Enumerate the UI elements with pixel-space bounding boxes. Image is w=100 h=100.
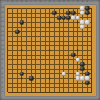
row-label: 17 — [1, 16, 4, 18]
grid-line-horizontal — [8, 83, 92, 84]
row-label: 1 — [2, 91, 3, 93]
column-label: O — [68, 1, 70, 3]
row-label: 7 — [2, 63, 3, 65]
row-label: 9 — [2, 54, 3, 56]
column-label: R — [82, 1, 84, 3]
black-stone[interactable] — [85, 11, 90, 16]
column-label: M — [58, 1, 60, 3]
star-point — [77, 21, 79, 23]
column-label: K — [49, 1, 50, 3]
white-stone[interactable] — [76, 57, 81, 62]
white-stone[interactable] — [80, 25, 85, 30]
row-label: 19 — [1, 7, 4, 9]
grid-line-vertical — [73, 8, 74, 92]
black-stone[interactable] — [19, 71, 24, 76]
row-label: 16 — [1, 21, 4, 23]
row-label: 3 — [2, 82, 3, 84]
column-label: Q — [77, 1, 79, 3]
column-label: F — [30, 1, 31, 3]
star-point — [77, 49, 79, 51]
grid-line-horizontal — [8, 69, 92, 70]
column-label: H — [40, 1, 42, 3]
column-label: N — [63, 1, 65, 3]
row-label: 2 — [2, 87, 3, 89]
column-label: S — [86, 1, 87, 3]
column-label: P — [72, 1, 73, 3]
column-label: G — [35, 1, 37, 3]
row-label: 5 — [2, 72, 3, 74]
row-label: 10 — [1, 49, 4, 51]
column-label: E — [26, 1, 27, 3]
row-label: 15 — [1, 26, 4, 28]
black-stone[interactable] — [19, 20, 24, 25]
grid-line-vertical — [63, 8, 64, 92]
star-point — [21, 49, 23, 51]
white-stone[interactable] — [76, 15, 81, 20]
column-label: J — [45, 1, 46, 3]
star-point — [49, 49, 51, 51]
row-label: 6 — [2, 68, 3, 70]
column-label: B — [12, 1, 14, 3]
column-label: T — [91, 1, 92, 3]
column-label: C — [16, 1, 18, 3]
grid-line-vertical — [91, 8, 92, 92]
black-stone[interactable] — [29, 76, 34, 81]
white-stone[interactable] — [62, 71, 67, 76]
black-stone[interactable] — [71, 53, 76, 58]
black-stone[interactable] — [15, 29, 20, 34]
row-label: 14 — [1, 30, 4, 32]
grid-line-vertical — [59, 8, 60, 92]
grid-line-horizontal — [8, 92, 92, 93]
row-label: 18 — [1, 12, 4, 14]
star-point — [49, 21, 51, 23]
star-point — [21, 77, 23, 79]
grid-line-vertical — [54, 8, 55, 92]
row-label: 12 — [1, 40, 4, 42]
black-stone[interactable] — [80, 67, 85, 72]
grid-line-horizontal — [8, 87, 92, 88]
go-board[interactable] — [5, 5, 96, 96]
star-point — [49, 77, 51, 79]
row-label: 4 — [2, 77, 3, 79]
grid-line-horizontal — [8, 64, 92, 65]
go-app-window: ABCDEFGHJKLMNOPQRST 19181716151413121110… — [0, 0, 100, 100]
black-stone[interactable] — [85, 81, 90, 86]
column-label: A — [7, 1, 9, 3]
column-label: D — [21, 1, 23, 3]
row-label: 8 — [2, 58, 3, 60]
row-label: 11 — [1, 44, 4, 46]
black-stone[interactable] — [52, 11, 57, 16]
row-label: 13 — [1, 35, 4, 37]
column-label: L — [54, 1, 55, 3]
grid-line-vertical — [68, 8, 69, 92]
white-stone[interactable] — [85, 20, 90, 25]
grid-line-horizontal — [8, 55, 92, 56]
